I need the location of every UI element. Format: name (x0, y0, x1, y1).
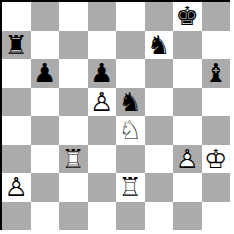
white-pawn-outline: ♙ (88, 88, 117, 117)
square-e1 (116, 202, 145, 231)
black-rook-icon: ♜ (2, 31, 31, 60)
square-f8 (145, 2, 174, 31)
square-a4 (2, 116, 31, 145)
black-king-glyph: ♚ (173, 2, 202, 31)
square-h7 (202, 31, 231, 60)
white-pawn-icon: ♟♙ (88, 88, 117, 117)
black-rook-glyph: ♜ (2, 31, 31, 60)
square-e8 (116, 2, 145, 31)
square-f2 (145, 173, 174, 202)
square-b4 (31, 116, 60, 145)
square-d8 (88, 2, 117, 31)
square-b3 (31, 145, 60, 174)
square-a1 (2, 202, 31, 231)
black-pawn-icon: ♟ (88, 59, 117, 88)
square-b1 (31, 202, 60, 231)
square-c3: ♜♖ (59, 145, 88, 174)
square-c8 (59, 2, 88, 31)
square-f6 (145, 59, 174, 88)
white-rook-icon: ♜♖ (59, 145, 88, 174)
square-f7: ♞ (145, 31, 174, 60)
black-knight-icon: ♞ (116, 88, 145, 117)
white-rook-icon: ♜♖ (116, 173, 145, 202)
square-g8: ♚ (173, 2, 202, 31)
white-king-icon: ♚♔ (202, 145, 231, 174)
black-bishop-icon: ♝ (202, 59, 231, 88)
white-pawn-outline: ♙ (173, 145, 202, 174)
white-rook-outline: ♖ (59, 145, 88, 174)
square-c5 (59, 88, 88, 117)
square-d1 (88, 202, 117, 231)
square-b5 (31, 88, 60, 117)
square-g5 (173, 88, 202, 117)
chess-diagram: ♚♜♞♟♟♝♟♙♞♞♘♜♖♟♙♚♔♟♙♜♖ (0, 0, 234, 234)
black-pawn-icon: ♟ (31, 59, 60, 88)
square-b7 (31, 31, 60, 60)
square-g2 (173, 173, 202, 202)
white-rook-outline: ♖ (116, 173, 145, 202)
square-c6 (59, 59, 88, 88)
square-e5: ♞ (116, 88, 145, 117)
square-e3 (116, 145, 145, 174)
square-h5 (202, 88, 231, 117)
square-a3 (2, 145, 31, 174)
square-h6: ♝ (202, 59, 231, 88)
square-d6: ♟ (88, 59, 117, 88)
white-pawn-icon: ♟♙ (173, 145, 202, 174)
white-pawn-outline: ♙ (2, 173, 31, 202)
square-h8 (202, 2, 231, 31)
square-a7: ♜ (2, 31, 31, 60)
square-f4 (145, 116, 174, 145)
square-h1 (202, 202, 231, 231)
square-g3: ♟♙ (173, 145, 202, 174)
square-e4: ♞♘ (116, 116, 145, 145)
square-b8 (31, 2, 60, 31)
white-knight-icon: ♞♘ (116, 116, 145, 145)
square-h3: ♚♔ (202, 145, 231, 174)
black-knight-glyph: ♞ (145, 31, 174, 60)
black-pawn-glyph: ♟ (31, 59, 60, 88)
white-king-outline: ♔ (202, 145, 231, 174)
square-g4 (173, 116, 202, 145)
white-knight-outline: ♘ (116, 116, 145, 145)
square-d2 (88, 173, 117, 202)
square-e7 (116, 31, 145, 60)
square-a2: ♟♙ (2, 173, 31, 202)
square-b2 (31, 173, 60, 202)
black-bishop-glyph: ♝ (202, 59, 231, 88)
square-e6 (116, 59, 145, 88)
square-g1 (173, 202, 202, 231)
square-b6: ♟ (31, 59, 60, 88)
square-d7 (88, 31, 117, 60)
square-f5 (145, 88, 174, 117)
black-knight-glyph: ♞ (116, 88, 145, 117)
chess-board: ♚♜♞♟♟♝♟♙♞♞♘♜♖♟♙♚♔♟♙♜♖ (0, 0, 230, 230)
square-g6 (173, 59, 202, 88)
square-h4 (202, 116, 231, 145)
square-c1 (59, 202, 88, 231)
square-g7 (173, 31, 202, 60)
square-e2: ♜♖ (116, 173, 145, 202)
square-a6 (2, 59, 31, 88)
square-d3 (88, 145, 117, 174)
black-pawn-glyph: ♟ (88, 59, 117, 88)
square-d5: ♟♙ (88, 88, 117, 117)
black-knight-icon: ♞ (145, 31, 174, 60)
black-king-icon: ♚ (173, 2, 202, 31)
square-a8 (2, 2, 31, 31)
square-a5 (2, 88, 31, 117)
square-f1 (145, 202, 174, 231)
square-f3 (145, 145, 174, 174)
square-c2 (59, 173, 88, 202)
square-c4 (59, 116, 88, 145)
square-c7 (59, 31, 88, 60)
square-h2 (202, 173, 231, 202)
square-d4 (88, 116, 117, 145)
white-pawn-icon: ♟♙ (2, 173, 31, 202)
